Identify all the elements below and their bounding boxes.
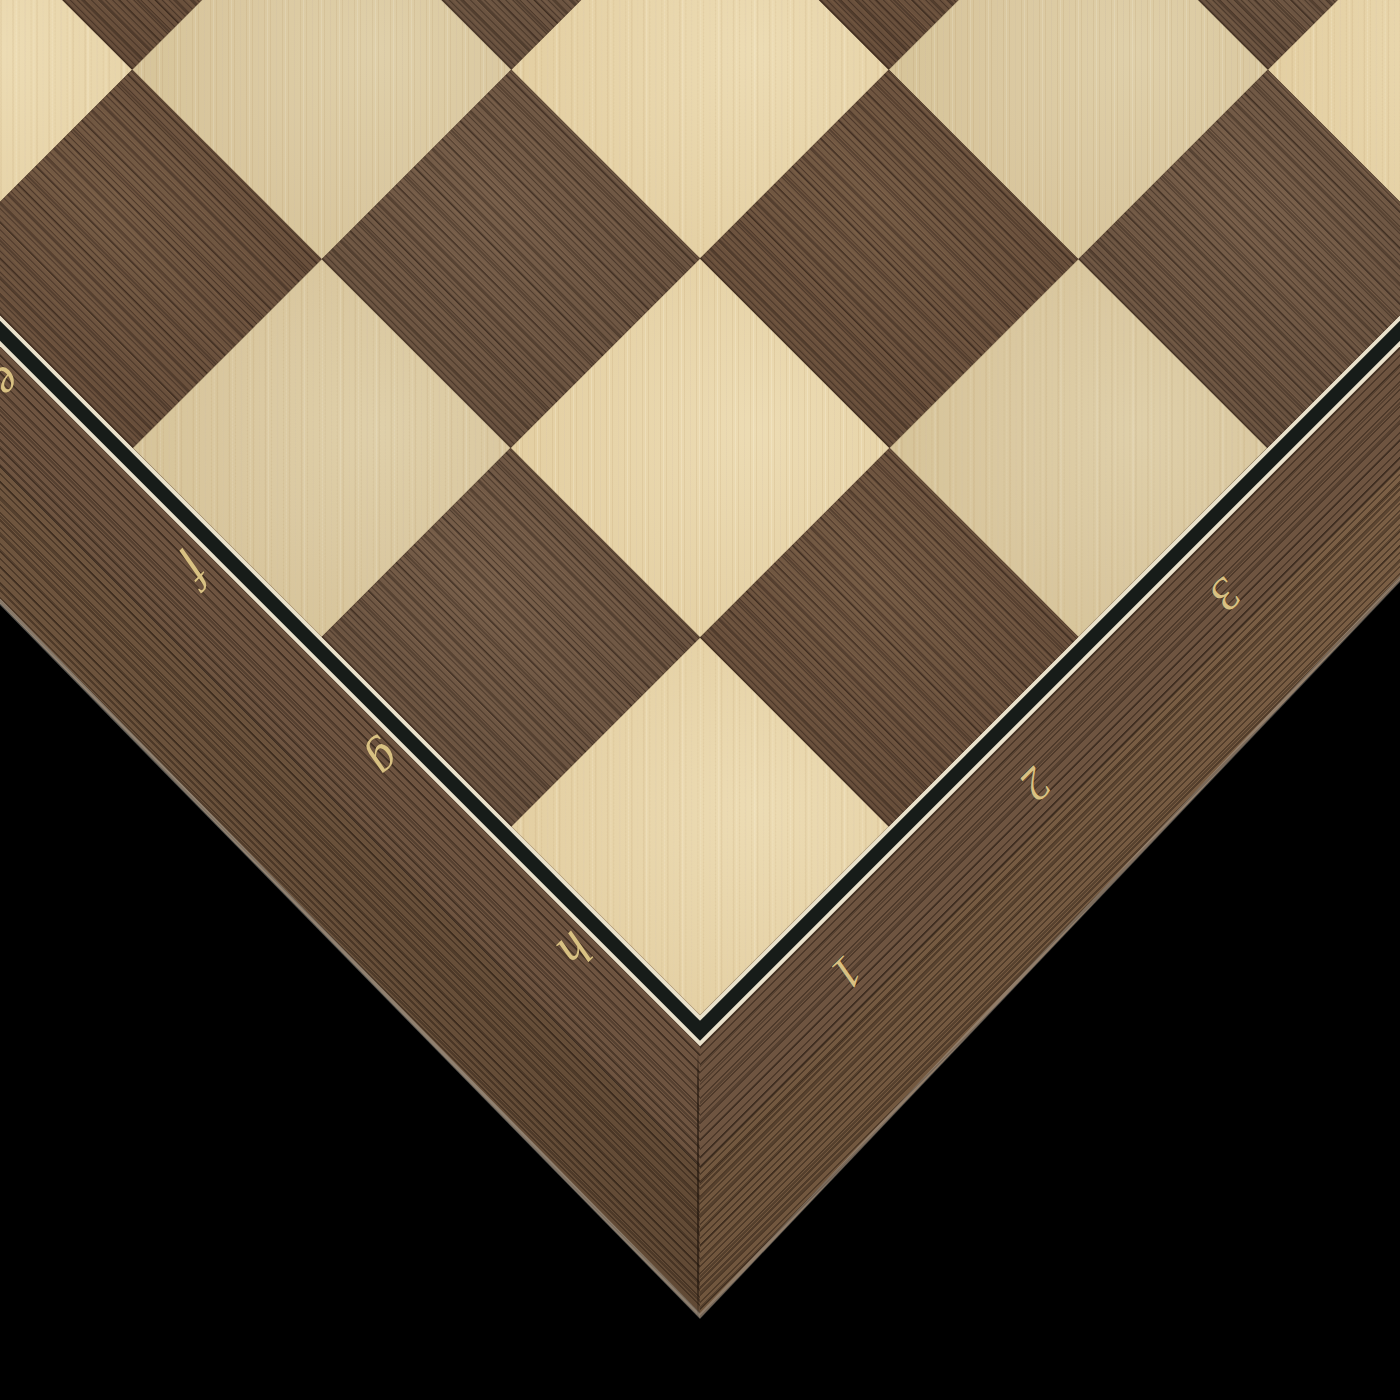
chess-board: efgh1234 [0, 0, 1400, 1167]
board-squares-grid [0, 0, 1400, 1015]
scene: efgh1234 [0, 0, 1400, 1400]
frame-miter-seam [697, 1049, 699, 1319]
